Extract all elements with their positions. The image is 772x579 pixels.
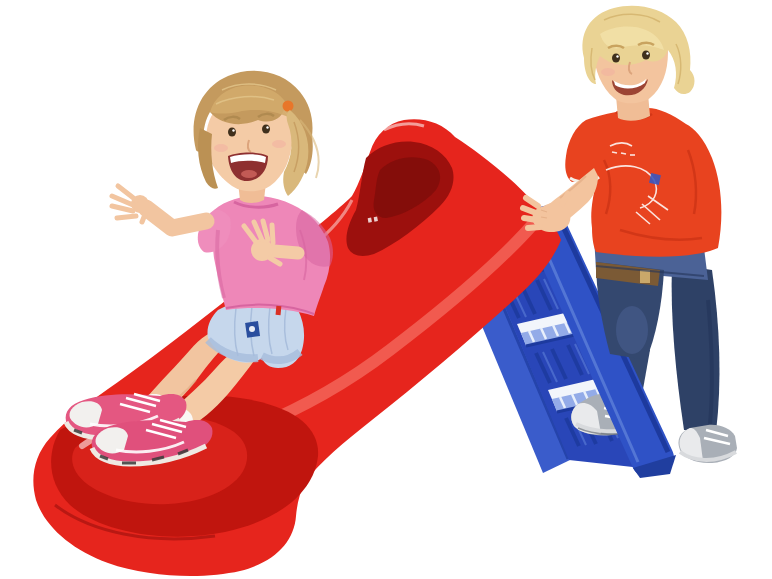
eye-glint (646, 52, 648, 54)
girl-eye-right (262, 125, 270, 134)
girl-head (194, 71, 319, 203)
boy-eye-left (612, 54, 620, 63)
print-patch (649, 173, 661, 185)
boy-eye-right (642, 51, 650, 60)
shorts-label-mark (249, 326, 255, 332)
girl-extended-arm (112, 186, 206, 228)
eye-glint (266, 126, 268, 128)
hem-tag (276, 306, 282, 315)
eye-glint (616, 55, 618, 57)
boy-reaching-arm (523, 168, 598, 232)
blush (272, 140, 286, 148)
girl-eye-left (228, 128, 236, 137)
belt-buckle (640, 270, 650, 283)
girl-tongue (241, 170, 257, 178)
blush (214, 144, 228, 152)
hair-tie (283, 101, 294, 112)
knee-wash (616, 306, 648, 354)
boy-head (582, 6, 694, 121)
boy-shoe-right (678, 425, 737, 463)
boy-gripping-hand (523, 194, 570, 232)
product-photo: Children playing on a red and blue toddl… (0, 0, 772, 579)
eye-glint (232, 129, 234, 131)
blush (601, 68, 615, 76)
